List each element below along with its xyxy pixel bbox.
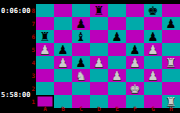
file-label-g: G — [144, 105, 162, 113]
square-f6[interactable] — [126, 30, 144, 43]
file-label-c: C — [72, 105, 90, 113]
square-e6[interactable]: ♟ — [108, 30, 126, 43]
square-a4[interactable] — [36, 56, 54, 69]
rank-labels: 87654321 — [27, 4, 35, 108]
square-f4[interactable]: ♟ — [126, 56, 144, 69]
square-e5[interactable] — [108, 43, 126, 56]
square-h8[interactable] — [162, 4, 180, 17]
chess-app-screen: 0:06:00 5:58:00 87654321 ♜♚♟♟♜♝♟♟♟♟♟♟♟♟♟… — [0, 0, 180, 113]
square-g7[interactable] — [144, 17, 162, 30]
square-d4[interactable]: ♟ — [90, 56, 108, 69]
piece-black-pawn: ♟ — [76, 57, 87, 69]
piece-white-knight: ♞ — [76, 70, 87, 82]
piece-black-bishop: ♝ — [76, 31, 87, 43]
file-label-b: B — [54, 105, 72, 113]
chess-board: ♜♚♟♟♜♝♟♟♟♟♟♟♟♟♟♟♜♞♟♟♚♜ — [36, 4, 180, 108]
square-e7[interactable] — [108, 17, 126, 30]
piece-black-pawn: ♟ — [166, 18, 177, 30]
piece-white-pawn: ♟ — [112, 70, 123, 82]
rank-label-7: 7 — [27, 17, 35, 30]
square-a2[interactable] — [36, 82, 54, 95]
square-c4[interactable]: ♟ — [72, 56, 90, 69]
square-c5[interactable] — [72, 43, 90, 56]
square-f8[interactable] — [126, 4, 144, 17]
piece-black-pawn: ♟ — [58, 44, 69, 56]
square-d7[interactable] — [90, 17, 108, 30]
square-d6[interactable] — [90, 30, 108, 43]
square-h4[interactable]: ♜ — [162, 56, 180, 69]
square-b5[interactable]: ♟ — [54, 43, 72, 56]
square-a3[interactable] — [36, 69, 54, 82]
square-c7[interactable]: ♟ — [72, 17, 90, 30]
square-h3[interactable] — [162, 69, 180, 82]
piece-white-pawn: ♟ — [148, 44, 159, 56]
rank-label-3: 3 — [27, 69, 35, 82]
file-label-h: H — [162, 105, 180, 113]
piece-black-rook: ♜ — [40, 31, 51, 43]
square-g2[interactable] — [144, 82, 162, 95]
file-label-e: E — [108, 105, 126, 113]
piece-white-pawn: ♟ — [94, 57, 105, 69]
square-d8[interactable]: ♜ — [90, 4, 108, 17]
rank-label-2: 2 — [27, 82, 35, 95]
square-e3[interactable]: ♟ — [108, 69, 126, 82]
piece-white-pawn: ♟ — [58, 57, 69, 69]
square-f2[interactable]: ♚ — [126, 82, 144, 95]
piece-black-pawn: ♟ — [112, 31, 123, 43]
file-label-d: D — [90, 105, 108, 113]
square-b7[interactable] — [54, 17, 72, 30]
square-e4[interactable] — [108, 56, 126, 69]
piece-black-pawn: ♟ — [130, 44, 141, 56]
square-d5[interactable] — [90, 43, 108, 56]
square-g8[interactable]: ♚ — [144, 4, 162, 17]
square-a7[interactable] — [36, 17, 54, 30]
file-label-f: F — [126, 105, 144, 113]
square-b2[interactable] — [54, 82, 72, 95]
square-c8[interactable] — [72, 4, 90, 17]
square-b4[interactable]: ♟ — [54, 56, 72, 69]
square-h5[interactable] — [162, 43, 180, 56]
square-h7[interactable]: ♟ — [162, 17, 180, 30]
square-d2[interactable] — [90, 82, 108, 95]
square-f5[interactable]: ♟ — [126, 43, 144, 56]
piece-white-king: ♚ — [130, 83, 141, 95]
square-e8[interactable] — [108, 4, 126, 17]
rank-label-5: 5 — [27, 43, 35, 56]
square-g3[interactable]: ♟ — [144, 69, 162, 82]
square-h2[interactable] — [162, 82, 180, 95]
rank-label-8: 8 — [27, 4, 35, 17]
square-f7[interactable] — [126, 17, 144, 30]
square-c6[interactable]: ♝ — [72, 30, 90, 43]
square-g4[interactable] — [144, 56, 162, 69]
piece-white-rook: ♜ — [166, 57, 177, 69]
square-e2[interactable] — [108, 82, 126, 95]
square-c2[interactable] — [72, 82, 90, 95]
square-b6[interactable] — [54, 30, 72, 43]
piece-white-pawn: ♟ — [130, 57, 141, 69]
piece-black-pawn: ♟ — [148, 31, 159, 43]
rank-label-6: 6 — [27, 30, 35, 43]
piece-black-pawn: ♟ — [76, 18, 87, 30]
square-d3[interactable] — [90, 69, 108, 82]
square-b3[interactable] — [54, 69, 72, 82]
piece-white-pawn: ♟ — [148, 70, 159, 82]
square-h6[interactable] — [162, 30, 180, 43]
square-b8[interactable] — [54, 4, 72, 17]
square-c3[interactable]: ♞ — [72, 69, 90, 82]
rank-label-1: 1 — [27, 95, 35, 108]
square-a8[interactable] — [36, 4, 54, 17]
square-f3[interactable] — [126, 69, 144, 82]
piece-black-king: ♚ — [148, 5, 159, 17]
piece-black-rook: ♜ — [94, 5, 105, 17]
file-label-a: A — [36, 105, 54, 113]
square-a6[interactable]: ♜ — [36, 30, 54, 43]
piece-white-pawn: ♟ — [40, 44, 51, 56]
square-a5[interactable]: ♟ — [36, 43, 54, 56]
square-g6[interactable]: ♟ — [144, 30, 162, 43]
rank-label-4: 4 — [27, 56, 35, 69]
file-labels: ABCDEFGH — [36, 105, 180, 113]
square-g5[interactable]: ♟ — [144, 43, 162, 56]
